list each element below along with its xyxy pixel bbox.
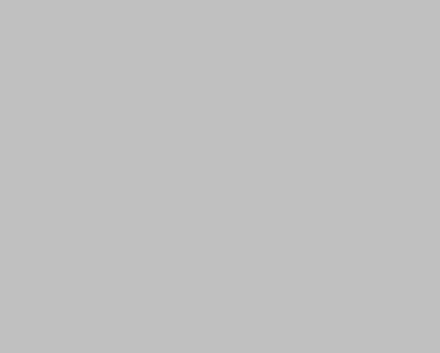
offboard-area-right <box>395 48 440 304</box>
board-border <box>0 0 3 49</box>
board-border <box>392 45 396 307</box>
board-border <box>44 45 48 307</box>
board-rank-1 <box>3 306 437 350</box>
board-border <box>0 303 47 307</box>
game-board-window <box>0 0 440 353</box>
board-border <box>0 0 440 3</box>
board-ranks-2-7 <box>47 46 393 306</box>
offboard-area-left <box>0 48 45 304</box>
board-border <box>0 303 3 353</box>
board-rank-8 <box>3 3 437 46</box>
board-border <box>393 45 440 49</box>
board-border <box>0 45 47 49</box>
board-border <box>393 303 440 307</box>
